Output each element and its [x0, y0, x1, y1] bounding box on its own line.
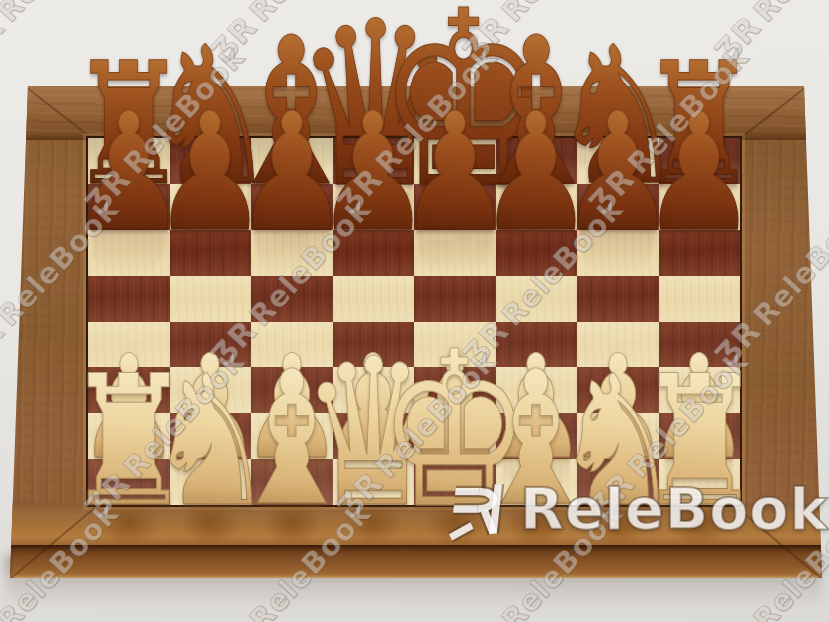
piece-glyph: ♟ [641, 90, 758, 253]
piece-glyph: ♜ [635, 352, 764, 532]
piece-black-pawn[interactable]: ♟ [599, 63, 799, 226]
pieces-layer: ♜♜♞♞♝♝♛♛♚♚♝♝♞♞♜♜♟♟♟♟♟♟♟♟♟♟♟♟♟♟♟♟♟♟♟♟♟♟♟♟… [0, 0, 829, 622]
piece-white-rook[interactable]: ♜ [599, 321, 799, 501]
chess-scene: ♜♜♞♞♝♝♛♛♚♚♝♝♞♞♜♜♟♟♟♟♟♟♟♟♟♟♟♟♟♟♟♟♟♟♟♟♟♟♟♟… [0, 0, 829, 622]
